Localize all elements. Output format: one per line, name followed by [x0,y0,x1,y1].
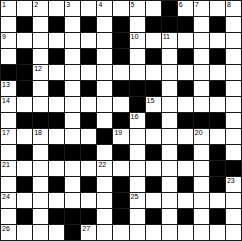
white-cell-r2c6[interactable] [97,33,113,49]
white-cell-r6c6[interactable] [97,97,113,113]
white-cell-r13c14[interactable] [226,209,242,225]
white-cell-r8c0[interactable]: 17 [1,129,17,145]
white-cell-r4c14[interactable] [226,65,242,81]
clue-number-20: 20 [195,129,203,137]
black-cell-r8c6 [97,129,113,145]
white-cell-r3c6[interactable] [97,49,113,65]
white-cell-r8c7[interactable]: 19 [113,129,129,145]
white-cell-r8c9[interactable] [146,129,162,145]
white-cell-r13c12[interactable] [194,209,210,225]
black-cell-r3c9 [146,49,162,65]
clue-number-15: 15 [147,97,155,105]
white-cell-r12c3[interactable] [49,193,65,209]
white-cell-r3c4[interactable] [65,49,81,65]
white-cell-r0c1[interactable] [17,1,33,17]
white-cell-r14c12[interactable] [194,225,210,241]
crossword-puzzle: 1234567891011121314151617181920212223242… [0,0,242,241]
clue-number-7: 7 [195,1,199,9]
white-cell-r3c0[interactable] [1,49,17,65]
white-cell-r6c12[interactable] [194,97,210,113]
white-cell-r6c0[interactable]: 14 [1,97,17,113]
white-cell-r13c8[interactable] [130,209,146,225]
white-cell-r9c0[interactable] [1,145,17,161]
white-cell-r5c12[interactable] [194,81,210,97]
white-cell-r7c6[interactable] [97,113,113,129]
clue-number-10: 10 [131,33,139,41]
white-cell-r14c7[interactable] [113,225,129,241]
white-cell-r6c5[interactable] [81,97,97,113]
white-cell-r12c13[interactable] [210,193,226,209]
white-cell-r14c2[interactable] [33,225,49,241]
white-cell-r8c14[interactable] [226,129,242,145]
black-cell-r1c13 [210,17,226,33]
white-cell-r14c10[interactable] [162,225,178,241]
white-cell-r1c4[interactable] [65,17,81,33]
black-cell-r1c10 [162,17,178,33]
clue-number-25: 25 [131,193,139,201]
white-cell-r6c10[interactable] [162,97,178,113]
white-cell-r3c8[interactable] [130,49,146,65]
black-cell-r9c9 [146,145,162,161]
white-cell-r0c9[interactable] [146,1,162,17]
white-cell-r7c8[interactable]: 16 [130,113,146,129]
white-cell-r7c4[interactable] [65,113,81,129]
clue-number-6: 6 [179,1,183,9]
black-cell-r3c5 [81,49,97,65]
black-cell-r5c1 [17,81,33,97]
black-cell-r7c11 [178,113,194,129]
white-cell-r14c14[interactable] [226,225,242,241]
black-cell-r5c11 [178,81,194,97]
black-cell-r7c2 [33,113,49,129]
white-cell-r5c2[interactable] [33,81,49,97]
white-cell-r12c8[interactable]: 25 [130,193,146,209]
black-cell-r7c7 [113,113,129,129]
black-cell-r9c3 [49,145,65,161]
white-cell-r8c10[interactable] [162,129,178,145]
white-cell-r14c6[interactable] [97,225,113,241]
black-cell-r6c8 [130,97,146,113]
clue-number-14: 14 [2,97,10,105]
black-cell-r11c1 [17,177,33,193]
white-cell-r2c13[interactable] [210,33,226,49]
black-cell-r4c1 [17,65,33,81]
white-cell-r9c12[interactable] [194,145,210,161]
black-cell-r1c11 [178,17,194,33]
black-cell-r9c13 [210,145,226,161]
black-cell-r13c1 [17,209,33,225]
white-cell-r0c12[interactable]: 7 [194,1,210,17]
white-cell-r1c12[interactable] [194,17,210,33]
white-cell-r12c11[interactable] [178,193,194,209]
white-cell-r10c11[interactable] [178,161,194,177]
white-cell-r2c14[interactable] [226,33,242,49]
white-cell-r12c1[interactable] [17,193,33,209]
white-cell-r12c10[interactable] [162,193,178,209]
white-cell-r3c12[interactable] [194,49,210,65]
white-cell-r9c2[interactable] [33,145,49,161]
white-cell-r4c5[interactable] [81,65,97,81]
white-cell-r10c6[interactable]: 22 [97,161,113,177]
crossword-grid: 1234567891011121314151617181920212223242… [0,0,242,241]
white-cell-r4c9[interactable] [146,65,162,81]
black-cell-r10c13 [210,161,226,177]
white-cell-r4c12[interactable] [194,65,210,81]
black-cell-r3c11 [178,49,194,65]
black-cell-r9c11 [178,145,194,161]
black-cell-r1c7 [113,17,129,33]
white-cell-r8c11[interactable] [178,129,194,145]
black-cell-r4c0 [1,65,17,81]
white-cell-r2c3[interactable] [49,33,65,49]
white-cell-r0c6[interactable]: 4 [97,1,113,17]
black-cell-r1c3 [49,17,65,33]
white-cell-r4c8[interactable] [130,65,146,81]
white-cell-r10c4[interactable] [65,161,81,177]
white-cell-r14c0[interactable]: 26 [1,225,17,241]
black-cell-r0c10 [162,1,178,17]
white-cell-r11c0[interactable] [1,177,17,193]
clue-number-17: 17 [2,129,10,137]
white-cell-r0c4[interactable]: 3 [65,1,81,17]
black-cell-r7c12 [194,113,210,129]
black-cell-r5c8 [130,81,146,97]
black-cell-r1c1 [17,17,33,33]
clue-number-16: 16 [131,113,139,121]
black-cell-r5c9 [146,81,162,97]
black-cell-r3c1 [17,49,33,65]
white-cell-r2c10[interactable]: 11 [162,33,178,49]
clue-number-11: 11 [163,33,170,41]
white-cell-r14c3[interactable] [49,225,65,241]
white-cell-r14c9[interactable] [146,225,162,241]
white-cell-r12c6[interactable] [97,193,113,209]
white-cell-r7c0[interactable] [1,113,17,129]
black-cell-r13c13 [210,209,226,225]
black-cell-r13c11 [178,209,194,225]
white-cell-r4c13[interactable] [210,65,226,81]
white-cell-r11c4[interactable] [65,177,81,193]
white-cell-r2c5[interactable] [81,33,97,49]
black-cell-r7c9 [146,113,162,129]
white-cell-r1c8[interactable] [130,17,146,33]
black-cell-r5c13 [210,81,226,97]
white-cell-r14c1[interactable] [17,225,33,241]
clue-number-5: 5 [131,1,135,9]
black-cell-r13c7 [113,209,129,225]
clue-number-9: 9 [2,33,6,41]
white-cell-r10c12[interactable] [194,161,210,177]
white-cell-r0c11[interactable]: 6 [178,1,194,17]
white-cell-r0c13[interactable] [210,1,226,17]
white-cell-r10c2[interactable] [33,161,49,177]
white-cell-r4c4[interactable] [65,65,81,81]
clue-number-23: 23 [227,177,235,185]
clue-number-22: 22 [98,161,106,169]
white-cell-r12c9[interactable] [146,193,162,209]
white-cell-r13c0[interactable] [1,209,17,225]
white-cell-r0c7[interactable] [113,1,129,17]
white-cell-r0c0[interactable]: 1 [1,1,17,17]
black-cell-r14c4 [65,225,81,241]
white-cell-r11c12[interactable] [194,177,210,193]
white-cell-r5c10[interactable] [162,81,178,97]
white-cell-r11c8[interactable] [130,177,146,193]
black-cell-r12c7 [113,193,129,209]
white-cell-r5c0[interactable]: 13 [1,81,17,97]
white-cell-r12c5[interactable] [81,193,97,209]
white-cell-r6c2[interactable] [33,97,49,113]
clue-number-18: 18 [34,129,42,137]
black-cell-r13c4 [65,209,81,225]
black-cell-r7c3 [49,113,65,129]
white-cell-r4c2[interactable]: 12 [33,65,49,81]
white-cell-r10c7[interactable] [113,161,129,177]
black-cell-r7c5 [81,113,97,129]
white-cell-r1c6[interactable] [97,17,113,33]
white-cell-r6c9[interactable]: 15 [146,97,162,113]
white-cell-r2c0[interactable]: 9 [1,33,17,49]
white-cell-r9c14[interactable] [226,145,242,161]
white-cell-r8c2[interactable]: 18 [33,129,49,145]
black-cell-r13c9 [146,209,162,225]
white-cell-r3c10[interactable] [162,49,178,65]
white-cell-r11c6[interactable] [97,177,113,193]
black-cell-r7c1 [17,113,33,129]
white-cell-r13c10[interactable] [162,209,178,225]
white-cell-r8c8[interactable] [130,129,146,145]
white-cell-r4c3[interactable] [49,65,65,81]
black-cell-r13c5 [81,209,97,225]
black-cell-r3c3 [49,49,65,65]
white-cell-r0c14[interactable]: 8 [226,1,242,17]
clue-number-19: 19 [114,129,122,137]
black-cell-r9c4 [65,145,81,161]
clue-number-21: 21 [2,161,10,169]
white-cell-r14c11[interactable] [178,225,194,241]
white-cell-r7c14[interactable] [226,113,242,129]
black-cell-r11c13 [210,177,226,193]
white-cell-r0c3[interactable] [49,1,65,17]
black-cell-r9c7 [113,145,129,161]
white-cell-r12c2[interactable] [33,193,49,209]
black-cell-r1c5 [81,17,97,33]
white-cell-r8c12[interactable]: 20 [194,129,210,145]
clue-number-4: 4 [98,1,102,9]
white-cell-r10c8[interactable] [130,161,146,177]
white-cell-r13c6[interactable] [97,209,113,225]
clue-number-1: 1 [2,1,6,9]
clue-number-2: 2 [34,1,38,9]
black-cell-r11c3 [49,177,65,193]
white-cell-r5c6[interactable] [97,81,113,97]
white-cell-r8c1[interactable] [17,129,33,145]
black-cell-r10c14 [226,161,242,177]
black-cell-r1c9 [146,17,162,33]
white-cell-r11c2[interactable] [33,177,49,193]
clue-number-26: 26 [2,225,10,233]
white-cell-r3c2[interactable] [33,49,49,65]
white-cell-r10c3[interactable] [49,161,65,177]
white-cell-r2c8[interactable]: 10 [130,33,146,49]
white-cell-r9c6[interactable] [97,145,113,161]
clue-number-13: 13 [2,81,10,89]
clue-number-27: 27 [82,225,90,233]
black-cell-r11c7 [113,177,129,193]
white-cell-r5c14[interactable] [226,81,242,97]
clue-number-12: 12 [34,65,42,73]
black-cell-r5c3 [49,81,65,97]
white-cell-r3c14[interactable] [226,49,242,65]
black-cell-r11c5 [81,177,97,193]
white-cell-r6c4[interactable] [65,97,81,113]
black-cell-r2c7 [113,33,129,49]
white-cell-r4c6[interactable] [97,65,113,81]
white-cell-r2c4[interactable] [65,33,81,49]
white-cell-r12c12[interactable] [194,193,210,209]
black-cell-r3c13 [210,49,226,65]
white-cell-r12c0[interactable]: 24 [1,193,17,209]
black-cell-r5c5 [81,81,97,97]
white-cell-r10c10[interactable] [162,161,178,177]
white-cell-r10c5[interactable] [81,161,97,177]
white-cell-r4c10[interactable] [162,65,178,81]
white-cell-r2c1[interactable] [17,33,33,49]
white-cell-r2c2[interactable] [33,33,49,49]
white-cell-r7c10[interactable] [162,113,178,129]
white-cell-r11c14[interactable]: 23 [226,177,242,193]
white-cell-r0c2[interactable]: 2 [33,1,49,17]
white-cell-r12c4[interactable] [65,193,81,209]
white-cell-r8c4[interactable] [65,129,81,145]
white-cell-r10c9[interactable] [146,161,162,177]
white-cell-r8c5[interactable] [81,129,97,145]
black-cell-r5c7 [113,81,129,97]
white-cell-r10c0[interactable]: 21 [1,161,17,177]
white-cell-r1c2[interactable] [33,17,49,33]
black-cell-r11c9 [146,177,162,193]
clue-number-24: 24 [2,193,10,201]
clue-number-8: 8 [227,1,231,9]
white-cell-r13c2[interactable] [33,209,49,225]
black-cell-r9c5 [81,145,97,161]
white-cell-r12c14[interactable] [226,193,242,209]
white-cell-r9c10[interactable] [162,145,178,161]
white-cell-r9c8[interactable] [130,145,146,161]
black-cell-r3c7 [113,49,129,65]
clue-number-3: 3 [66,1,70,9]
white-cell-r8c3[interactable] [49,129,65,145]
white-cell-r4c7[interactable] [113,65,129,81]
black-cell-r11c11 [178,177,194,193]
white-cell-r4c11[interactable] [178,65,194,81]
black-cell-r9c1 [17,145,33,161]
white-cell-r0c5[interactable] [81,1,97,17]
white-cell-r6c7[interactable] [113,97,129,113]
black-cell-r7c13 [210,113,226,129]
white-cell-r11c10[interactable] [162,177,178,193]
white-cell-r14c8[interactable] [130,225,146,241]
white-cell-r14c13[interactable] [210,225,226,241]
white-cell-r6c13[interactable] [210,97,226,113]
white-cell-r1c0[interactable] [1,17,17,33]
white-cell-r1c14[interactable] [226,17,242,33]
white-cell-r2c11[interactable] [178,33,194,49]
white-cell-r10c1[interactable] [17,161,33,177]
white-cell-r2c9[interactable] [146,33,162,49]
white-cell-r6c1[interactable] [17,97,33,113]
white-cell-r6c3[interactable] [49,97,65,113]
black-cell-r13c3 [49,209,65,225]
white-cell-r5c4[interactable] [65,81,81,97]
white-cell-r14c5[interactable]: 27 [81,225,97,241]
white-cell-r8c13[interactable] [210,129,226,145]
white-cell-r0c8[interactable]: 5 [130,1,146,17]
white-cell-r2c12[interactable] [194,33,210,49]
white-cell-r6c14[interactable] [226,97,242,113]
white-cell-r6c11[interactable] [178,97,194,113]
